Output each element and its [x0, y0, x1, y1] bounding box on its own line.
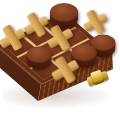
tictactoe-box-photo: [0, 0, 120, 120]
